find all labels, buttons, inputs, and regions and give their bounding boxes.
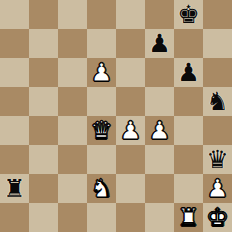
square-a8[interactable] (0, 0, 29, 29)
square-g1[interactable]: ♜ (174, 203, 203, 232)
square-g2[interactable] (174, 174, 203, 203)
square-h2[interactable]: ♟ (203, 174, 232, 203)
square-b7[interactable] (29, 29, 58, 58)
square-d3[interactable] (87, 145, 116, 174)
white-pawn: ♟ (119, 116, 141, 145)
square-c5[interactable] (58, 87, 87, 116)
square-c1[interactable] (58, 203, 87, 232)
square-f6[interactable] (145, 58, 174, 87)
square-e2[interactable] (116, 174, 145, 203)
square-c4[interactable] (58, 116, 87, 145)
white-pawn: ♟ (148, 116, 170, 145)
square-h6[interactable] (203, 58, 232, 87)
square-b1[interactable] (29, 203, 58, 232)
chess-board: ♚♟♟♟♞♛♟♟♛♜♞♟♜♚ (0, 0, 232, 232)
square-c3[interactable] (58, 145, 87, 174)
black-knight: ♞ (206, 87, 228, 116)
square-b2[interactable] (29, 174, 58, 203)
square-b4[interactable] (29, 116, 58, 145)
white-pawn: ♟ (90, 58, 112, 87)
square-f3[interactable] (145, 145, 174, 174)
square-e5[interactable] (116, 87, 145, 116)
square-f5[interactable] (145, 87, 174, 116)
square-c6[interactable] (58, 58, 87, 87)
square-f7[interactable]: ♟ (145, 29, 174, 58)
square-a4[interactable] (0, 116, 29, 145)
black-queen: ♛ (206, 145, 228, 174)
square-g6[interactable]: ♟ (174, 58, 203, 87)
square-g5[interactable] (174, 87, 203, 116)
black-rook: ♜ (3, 174, 25, 203)
square-d1[interactable] (87, 203, 116, 232)
square-h7[interactable] (203, 29, 232, 58)
square-b8[interactable] (29, 0, 58, 29)
square-a6[interactable] (0, 58, 29, 87)
square-a2[interactable]: ♜ (0, 174, 29, 203)
square-e1[interactable] (116, 203, 145, 232)
square-e7[interactable] (116, 29, 145, 58)
square-e8[interactable] (116, 0, 145, 29)
square-a3[interactable] (0, 145, 29, 174)
square-b6[interactable] (29, 58, 58, 87)
square-d8[interactable] (87, 0, 116, 29)
square-f8[interactable] (145, 0, 174, 29)
white-pawn: ♟ (206, 174, 228, 203)
square-h1[interactable]: ♚ (203, 203, 232, 232)
square-e3[interactable] (116, 145, 145, 174)
white-knight: ♞ (90, 174, 112, 203)
square-h8[interactable] (203, 0, 232, 29)
square-d4[interactable]: ♛ (87, 116, 116, 145)
black-pawn: ♟ (148, 29, 170, 58)
square-g8[interactable]: ♚ (174, 0, 203, 29)
square-e4[interactable]: ♟ (116, 116, 145, 145)
square-h5[interactable]: ♞ (203, 87, 232, 116)
square-h3[interactable]: ♛ (203, 145, 232, 174)
square-h4[interactable] (203, 116, 232, 145)
square-a1[interactable] (0, 203, 29, 232)
square-a7[interactable] (0, 29, 29, 58)
square-d2[interactable]: ♞ (87, 174, 116, 203)
black-king: ♚ (177, 0, 199, 29)
square-g4[interactable] (174, 116, 203, 145)
white-queen: ♛ (90, 116, 112, 145)
square-f2[interactable] (145, 174, 174, 203)
square-g7[interactable] (174, 29, 203, 58)
white-rook: ♜ (177, 203, 199, 232)
square-d5[interactable] (87, 87, 116, 116)
square-b3[interactable] (29, 145, 58, 174)
square-a5[interactable] (0, 87, 29, 116)
square-c2[interactable] (58, 174, 87, 203)
square-d6[interactable]: ♟ (87, 58, 116, 87)
square-g3[interactable] (174, 145, 203, 174)
square-c8[interactable] (58, 0, 87, 29)
square-e6[interactable] (116, 58, 145, 87)
square-f4[interactable]: ♟ (145, 116, 174, 145)
black-pawn: ♟ (177, 58, 199, 87)
square-f1[interactable] (145, 203, 174, 232)
square-c7[interactable] (58, 29, 87, 58)
square-b5[interactable] (29, 87, 58, 116)
square-d7[interactable] (87, 29, 116, 58)
white-king: ♚ (206, 203, 228, 232)
